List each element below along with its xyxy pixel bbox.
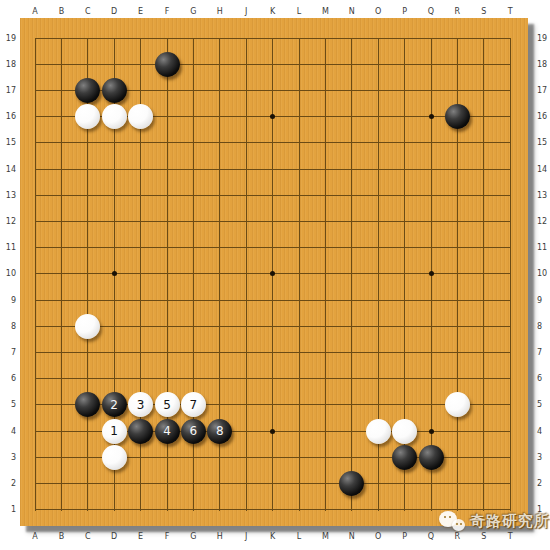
stone-black-P3 [392,445,417,470]
col-label-top-H: H [210,5,230,18]
col-label-top-A: A [25,5,45,18]
col-label-bottom-E: E [131,530,151,543]
row-label-right-9: 9 [537,294,550,307]
grid-line-vertical [325,38,326,511]
row-label-right-19: 19 [537,32,550,45]
row-label-left-15: 15 [0,136,16,149]
move-number: 7 [190,399,198,411]
watermark: 奇路研究所 [437,508,550,535]
col-label-bottom-K: K [263,530,283,543]
grid-line-vertical [483,38,484,511]
star-point-Q4 [429,429,434,434]
row-label-right-8: 8 [537,320,550,333]
stone-black-F4: 4 [155,419,180,444]
stone-white-D4: 1 [102,419,127,444]
row-label-left-10: 10 [0,267,16,280]
row-label-right-7: 7 [537,346,550,359]
grid-line-vertical [351,38,352,511]
col-label-bottom-C: C [78,530,98,543]
grid-line-vertical [299,38,300,511]
grid-line-horizontal [35,326,511,327]
star-point-Q10 [429,271,434,276]
col-label-bottom-M: M [315,530,335,543]
row-label-left-1: 1 [0,503,16,516]
grid-line-horizontal [35,38,511,39]
col-label-top-N: N [342,5,362,18]
row-label-right-3: 3 [537,451,550,464]
move-number: 3 [137,399,145,411]
row-label-right-13: 13 [537,189,550,202]
col-label-top-Q: Q [421,5,441,18]
grid-line-horizontal [35,247,511,248]
grid-line-horizontal [35,169,511,170]
row-label-left-16: 16 [0,110,16,123]
stone-black-F18 [155,52,180,77]
col-label-top-B: B [51,5,71,18]
col-label-bottom-B: B [51,530,71,543]
col-label-top-G: G [183,5,203,18]
move-number: 6 [190,425,198,437]
stone-black-E4 [128,419,153,444]
row-label-left-19: 19 [0,32,16,45]
col-label-top-S: S [474,5,494,18]
move-number: 2 [110,399,118,411]
wechat-icon [437,508,470,535]
stone-black-D17 [102,78,127,103]
col-label-bottom-G: G [183,530,203,543]
move-number: 8 [216,425,224,437]
row-label-right-14: 14 [537,163,550,176]
wechat-bubble-small [452,519,465,531]
row-label-left-12: 12 [0,215,16,228]
row-label-right-4: 4 [537,425,550,438]
col-label-bottom-L: L [289,530,309,543]
row-label-left-4: 4 [0,425,16,438]
col-label-top-L: L [289,5,309,18]
grid-line-horizontal [35,221,511,222]
row-label-left-3: 3 [0,451,16,464]
row-label-left-18: 18 [0,58,16,71]
row-label-right-12: 12 [537,215,550,228]
col-label-bottom-J: J [236,530,256,543]
grid-line-vertical [510,38,511,511]
row-label-right-18: 18 [537,58,550,71]
row-label-left-6: 6 [0,372,16,385]
col-label-top-O: O [368,5,388,18]
move-number: 5 [163,399,171,411]
grid-line-vertical [61,38,62,511]
row-label-left-8: 8 [0,320,16,333]
col-label-top-J: J [236,5,256,18]
stone-black-H4: 8 [207,419,232,444]
row-label-right-2: 2 [537,477,550,490]
star-point-Q16 [429,114,434,119]
row-label-left-11: 11 [0,241,16,254]
col-label-bottom-P: P [395,530,415,543]
stone-white-P4 [392,419,417,444]
col-label-bottom-N: N [342,530,362,543]
row-label-left-7: 7 [0,346,16,359]
grid-line-horizontal [35,378,511,379]
row-label-right-6: 6 [537,372,550,385]
grid-line-horizontal [35,352,511,353]
row-label-right-10: 10 [537,267,550,280]
star-point-K4 [270,429,275,434]
grid-line-horizontal [35,142,511,143]
col-label-top-C: C [78,5,98,18]
go-diagram: AABBCCDDEEFFGGHHJJKKLLMMNNOOPPQQRRSSTT19… [0,0,550,550]
row-label-right-17: 17 [537,84,550,97]
grid-line-horizontal [35,195,511,196]
stone-black-G4: 6 [181,419,206,444]
stone-white-D3 [102,445,127,470]
row-label-left-14: 14 [0,163,16,176]
col-label-bottom-O: O [368,530,388,543]
col-label-bottom-D: D [104,530,124,543]
col-label-top-F: F [157,5,177,18]
col-label-top-M: M [315,5,335,18]
row-label-left-13: 13 [0,189,16,202]
col-label-top-E: E [131,5,151,18]
grid-line-horizontal [35,300,511,301]
col-label-top-D: D [104,5,124,18]
stone-white-C8 [75,314,100,339]
grid-line-horizontal [35,483,511,484]
row-label-left-17: 17 [0,84,16,97]
watermark-text: 奇路研究所 [470,512,550,531]
stone-black-R16 [445,104,470,129]
col-label-bottom-H: H [210,530,230,543]
col-label-top-T: T [500,5,520,18]
grid-line-horizontal [35,64,511,65]
col-label-top-K: K [263,5,283,18]
grid-line-vertical [246,38,247,511]
stone-black-Q3 [419,445,444,470]
row-label-right-11: 11 [537,241,550,254]
row-label-left-5: 5 [0,398,16,411]
stone-white-O4 [366,419,391,444]
col-label-top-R: R [447,5,467,18]
grid-line-vertical [35,38,36,511]
stone-black-D5: 2 [102,392,127,417]
row-label-left-2: 2 [0,477,16,490]
row-label-left-9: 9 [0,294,16,307]
row-label-right-5: 5 [537,398,550,411]
stone-white-D16 [102,104,127,129]
col-label-bottom-A: A [25,530,45,543]
col-label-bottom-F: F [157,530,177,543]
row-label-right-15: 15 [537,136,550,149]
row-label-right-16: 16 [537,110,550,123]
stone-white-F5: 5 [155,392,180,417]
move-number: 4 [163,425,171,437]
move-number: 1 [110,425,118,437]
col-label-top-P: P [395,5,415,18]
